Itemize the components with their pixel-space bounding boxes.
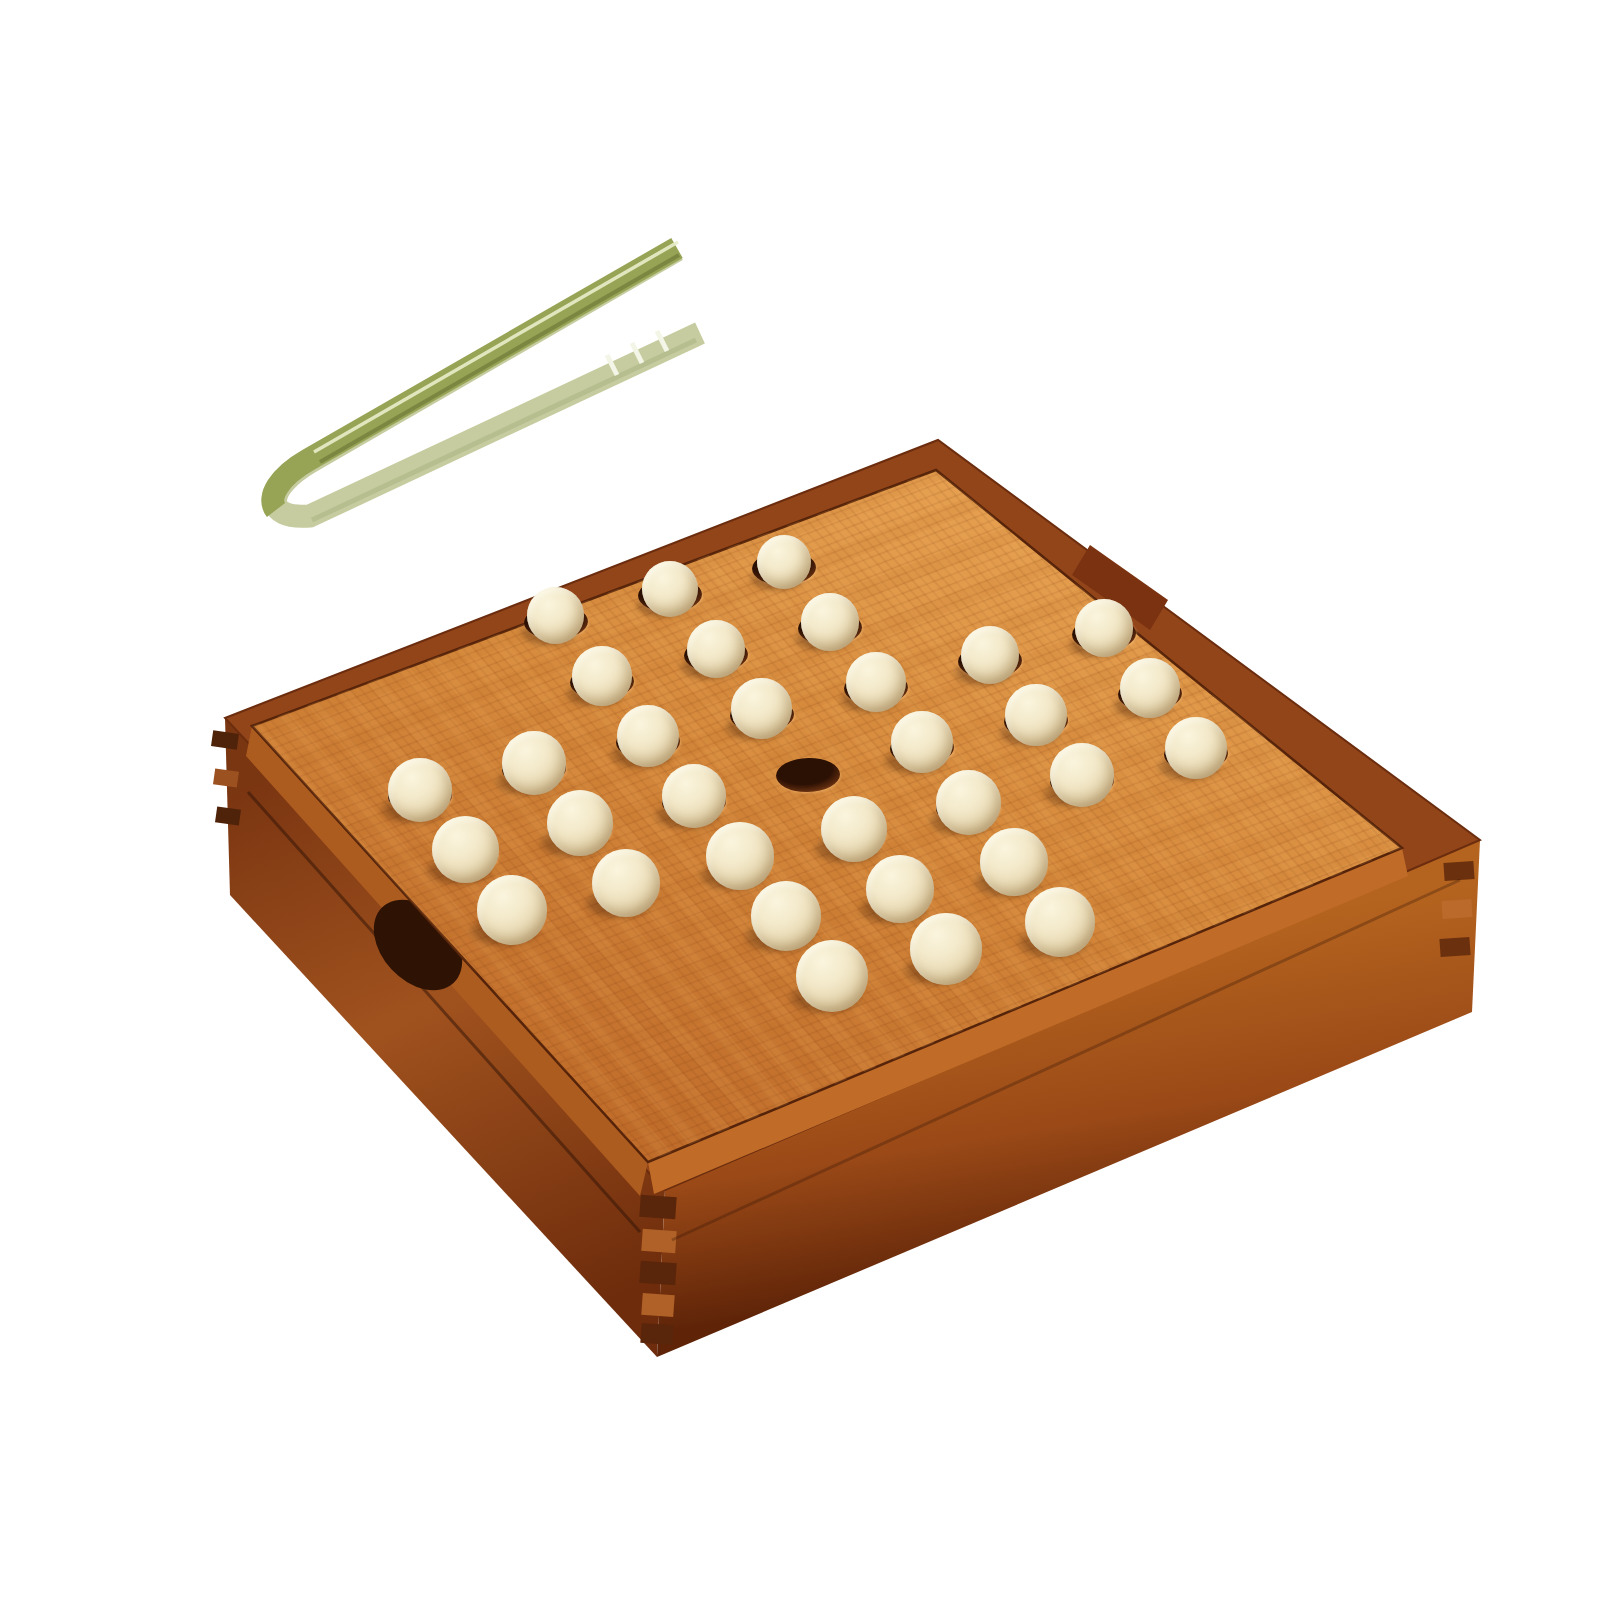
ball-tongs xyxy=(273,242,700,520)
ball-r6c3[interactable] xyxy=(751,881,821,951)
ball-r4c6[interactable] xyxy=(1005,684,1066,745)
ball-r7c5[interactable] xyxy=(1025,887,1095,957)
ball-r5c3[interactable] xyxy=(706,822,773,889)
dovetail-joints-left-corner xyxy=(211,730,241,825)
ball-r5c4[interactable] xyxy=(821,796,887,862)
ball-r3c1[interactable] xyxy=(388,758,453,823)
ball-r5c5[interactable] xyxy=(936,770,1001,835)
ball-r3c5[interactable] xyxy=(846,652,906,712)
dovetail-joints-right-corner xyxy=(1439,861,1474,957)
empty-hole xyxy=(766,752,849,797)
ball-r1c4[interactable] xyxy=(642,561,698,617)
ball-r5c6[interactable] xyxy=(1050,743,1114,807)
ball-r5c2[interactable] xyxy=(592,849,661,918)
product-photo-scene xyxy=(0,0,1600,1600)
ball-r5c1[interactable] xyxy=(477,875,547,945)
tongs-lower-arm xyxy=(275,250,700,516)
ball-r6c5[interactable] xyxy=(980,828,1048,896)
ball-r4c5[interactable] xyxy=(891,711,954,774)
ball-r2c5[interactable] xyxy=(801,593,858,650)
ball-r7c4[interactable] xyxy=(910,913,981,984)
ball-r3c3[interactable] xyxy=(617,705,679,767)
ball-r4c2[interactable] xyxy=(547,790,613,856)
ball-r3c2[interactable] xyxy=(502,731,565,794)
ball-r3c7[interactable] xyxy=(1075,599,1133,657)
ball-r4c7[interactable] xyxy=(1120,658,1180,718)
ball-r2c3[interactable] xyxy=(572,646,632,706)
ball-r2c4[interactable] xyxy=(687,620,746,679)
ball-r7c3[interactable] xyxy=(796,940,869,1013)
